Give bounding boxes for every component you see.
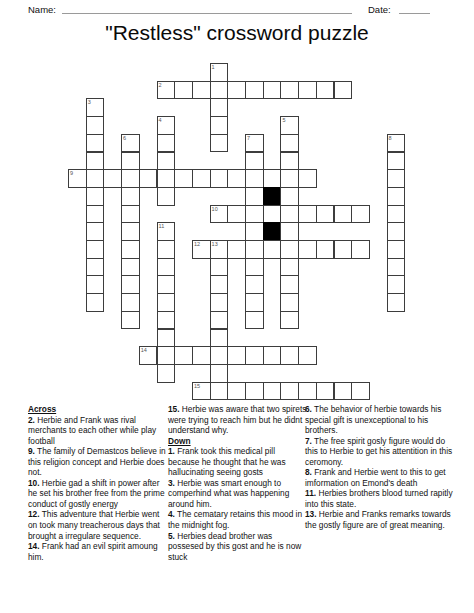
clue-down-1: 1. Frank took this medical pill because …: [168, 446, 307, 478]
grid-cell[interactable]: [210, 134, 229, 153]
grid-cell[interactable]: [245, 81, 264, 100]
grid-cell[interactable]: [387, 293, 406, 312]
grid-cell[interactable]: [157, 346, 176, 365]
grid-cell[interactable]: 15: [192, 382, 211, 401]
grid-cell[interactable]: [227, 382, 246, 401]
grid-cell[interactable]: 4: [157, 116, 176, 135]
grid-cell[interactable]: [280, 81, 299, 100]
grid-cell[interactable]: [157, 187, 176, 206]
grid-cell[interactable]: [121, 258, 140, 277]
grid-cell[interactable]: [298, 346, 317, 365]
clue-number: 2: [159, 82, 162, 88]
grid-cell[interactable]: [280, 382, 299, 401]
clues-column-2: 15. Herbie was aware that two spirets we…: [168, 404, 307, 562]
grid-cell[interactable]: [316, 240, 335, 259]
grid-cell[interactable]: [210, 81, 229, 100]
grid-cell[interactable]: [298, 81, 317, 100]
grid-cell[interactable]: [245, 258, 264, 277]
grid-cell[interactable]: [86, 152, 105, 171]
grid-cell[interactable]: [298, 382, 317, 401]
grid-cell[interactable]: [245, 240, 264, 259]
clue-across-14: 14. Frank had an evil spirit amoung him.: [28, 541, 169, 562]
clue-across-12: 12. This adventure that Herbie went on t…: [28, 509, 169, 541]
grid-cell[interactable]: [245, 222, 264, 241]
clue-number: 14: [141, 347, 147, 353]
grid-cell[interactable]: [121, 293, 140, 312]
grid-cell[interactable]: [157, 240, 176, 259]
grid-cell[interactable]: [280, 205, 299, 224]
down-header: Down: [168, 436, 307, 447]
down-clues-overflow: 6. The behavior of herbie towards his sp…: [305, 404, 453, 531]
grid-cell[interactable]: [280, 134, 299, 153]
grid-cell[interactable]: [227, 346, 246, 365]
grid-cell[interactable]: [157, 293, 176, 312]
clue-number: 11: [159, 223, 165, 229]
grid-cell[interactable]: [387, 169, 406, 188]
grid-cell[interactable]: [280, 187, 299, 206]
clue-number: 6: [123, 135, 126, 141]
grid-cell[interactable]: [245, 205, 264, 224]
clues-column-1: Across 2. Herbie and Frank was rival mer…: [28, 404, 169, 562]
clue-down-5: 5. Herbies dead brother was possesed by …: [168, 531, 307, 563]
across-clues-overflow: 15. Herbie was aware that two spirets we…: [168, 404, 307, 436]
across-clues: 2. Herbie and Frank was rival merchants …: [28, 415, 169, 563]
grid-cell[interactable]: [174, 81, 193, 100]
grid-cell[interactable]: [157, 169, 176, 188]
grid-cell[interactable]: [86, 116, 105, 135]
grid-cell[interactable]: [280, 169, 299, 188]
grid-cell[interactable]: [227, 205, 246, 224]
grid-cell[interactable]: [192, 81, 211, 100]
grid-cell[interactable]: [280, 275, 299, 294]
grid-cell[interactable]: [280, 293, 299, 312]
grid-cell[interactable]: [192, 346, 211, 365]
clue-number: 3: [88, 99, 91, 105]
grid-cell[interactable]: [387, 222, 406, 241]
clue-number: 15: [194, 383, 200, 389]
grid-cell[interactable]: [280, 222, 299, 241]
grid-cell[interactable]: 12: [192, 240, 211, 259]
grid-cell[interactable]: [121, 152, 140, 171]
grid-cell[interactable]: [316, 81, 335, 100]
grid-cell[interactable]: [86, 205, 105, 224]
grid-cell[interactable]: [86, 293, 105, 312]
grid-cell[interactable]: [280, 152, 299, 171]
down-clues: 1. Frank took this medical pill because …: [168, 446, 307, 562]
grid-cell[interactable]: [210, 346, 229, 365]
clue-across-2: 2. Herbie and Frank was rival merchants …: [28, 415, 169, 447]
grid-cell[interactable]: [245, 275, 264, 294]
grid-cell[interactable]: [86, 222, 105, 241]
grid-cell[interactable]: [103, 169, 122, 188]
grid-cell[interactable]: [121, 311, 140, 330]
grid-cell[interactable]: [210, 382, 229, 401]
name-input-line[interactable]: [62, 2, 352, 14]
grid-cell[interactable]: 1: [210, 63, 229, 82]
clue-number: 10: [212, 206, 218, 212]
grid-cell[interactable]: [210, 364, 229, 383]
grid-cell[interactable]: [227, 169, 246, 188]
grid-cell[interactable]: [316, 382, 335, 401]
grid-cell[interactable]: [334, 81, 353, 100]
clue-number: 12: [194, 241, 200, 247]
clue-number: 1: [212, 64, 215, 70]
grid-cell[interactable]: [121, 205, 140, 224]
grid-cell[interactable]: [280, 346, 299, 365]
grid-cell[interactable]: [157, 258, 176, 277]
grid-cell[interactable]: 2: [157, 81, 176, 100]
grid-cell[interactable]: 10: [210, 205, 229, 224]
grid-cell[interactable]: [298, 205, 317, 224]
grid-cell[interactable]: [86, 134, 105, 153]
grid-cell[interactable]: [263, 205, 282, 224]
grid-cell[interactable]: 14: [139, 346, 158, 365]
grid-cell[interactable]: [280, 240, 299, 259]
date-label: Date:: [368, 4, 391, 15]
grid-cell[interactable]: [245, 187, 264, 206]
crossword-grid: 123456789101112131415: [68, 63, 406, 401]
grid-cell[interactable]: 13: [210, 240, 229, 259]
clue-across-15: 15. Herbie was aware that two spirets we…: [168, 404, 307, 436]
grid-cell[interactable]: 6: [121, 134, 140, 153]
grid-cell[interactable]: [298, 169, 317, 188]
clue-across-9: 9. The family of Demastcos believe in th…: [28, 446, 169, 478]
grid-cell[interactable]: [157, 329, 176, 348]
grid-cell[interactable]: [351, 382, 370, 401]
grid-cell[interactable]: [245, 169, 264, 188]
clue-number: 4: [159, 117, 162, 123]
clue-across-10: 10. Herbie gad a shift in power after he…: [28, 478, 169, 510]
grid-cell[interactable]: [210, 275, 229, 294]
clue-down-4: 4. The cematary retains this mood in the…: [168, 509, 307, 530]
grid-cell[interactable]: [174, 346, 193, 365]
grid-cell[interactable]: 9: [68, 169, 87, 188]
grid-cell[interactable]: [210, 116, 229, 135]
clue-number: 9: [70, 170, 73, 176]
clue-number: 13: [212, 241, 218, 247]
clue-down-8: 8. Frank and Herbie went to this to get …: [305, 467, 453, 488]
clue-down-11: 11. Herbies brothers blood turned rapitl…: [305, 488, 453, 509]
grid-cell[interactable]: [121, 275, 140, 294]
grid-cell[interactable]: [334, 382, 353, 401]
grid-cell[interactable]: [121, 187, 140, 206]
grid-cell[interactable]: [121, 240, 140, 259]
grid-cell[interactable]: [245, 346, 264, 365]
name-label: Name:: [28, 4, 56, 15]
grid-cell[interactable]: [210, 329, 229, 348]
grid-cell[interactable]: [351, 205, 370, 224]
grid-cell[interactable]: [86, 275, 105, 294]
grid-cell[interactable]: [174, 169, 193, 188]
grid-cell[interactable]: [121, 222, 140, 241]
grid-cell[interactable]: [263, 240, 282, 259]
grid-cell[interactable]: [245, 152, 264, 171]
grid-cell[interactable]: [86, 187, 105, 206]
clues-column-3: 6. The behavior of herbie towards his sp…: [305, 404, 453, 531]
grid-cell[interactable]: [316, 205, 335, 224]
clue-down-3: 3. Herbie was smart enough to comperhind…: [168, 478, 307, 510]
grid-cell[interactable]: [157, 134, 176, 153]
grid-cell[interactable]: [157, 275, 176, 294]
grid-cell[interactable]: [263, 382, 282, 401]
grid-cell[interactable]: [280, 311, 299, 330]
grid-cell[interactable]: [334, 205, 353, 224]
grid-cell[interactable]: [263, 169, 282, 188]
grid-cell[interactable]: [86, 258, 105, 277]
grid-cell[interactable]: [157, 311, 176, 330]
grid-cell[interactable]: [387, 258, 406, 277]
grid-cell[interactable]: [351, 240, 370, 259]
grid-cell[interactable]: [298, 240, 317, 259]
grid-cell[interactable]: [139, 169, 158, 188]
clue-number: 8: [389, 135, 392, 141]
clue-down-6: 6. The behavior of herbie towards his sp…: [305, 404, 453, 436]
grid-cell[interactable]: [387, 205, 406, 224]
grid-cell[interactable]: [245, 311, 264, 330]
grid-cell[interactable]: [227, 240, 246, 259]
grid-cell[interactable]: 11: [157, 222, 176, 241]
grid-cell[interactable]: [280, 258, 299, 277]
grid-cell[interactable]: [210, 293, 229, 312]
grid-cell[interactable]: [210, 311, 229, 330]
grid-cell[interactable]: [263, 346, 282, 365]
grid-cell[interactable]: [387, 152, 406, 171]
clue-number: 5: [282, 117, 285, 123]
date-input-line[interactable]: [399, 2, 430, 14]
grid-cell[interactable]: [245, 293, 264, 312]
grid-cell[interactable]: [157, 364, 176, 383]
grid-cell[interactable]: [86, 169, 105, 188]
grid-cell[interactable]: [334, 240, 353, 259]
grid-cell[interactable]: [387, 240, 406, 259]
grid-cell[interactable]: [210, 98, 229, 117]
grid-cell[interactable]: [157, 152, 176, 171]
grid-cell[interactable]: [210, 258, 229, 277]
grid-cell[interactable]: [387, 275, 406, 294]
clue-down-7: 7. The free spirit gosly figure would do…: [305, 436, 453, 468]
grid-cell[interactable]: [245, 382, 264, 401]
black-cell: [263, 187, 282, 206]
grid-cell[interactable]: [227, 81, 246, 100]
clue-number: 7: [247, 135, 250, 141]
grid-cell[interactable]: 8: [387, 134, 406, 153]
page-title: "Restless" crossword puzzle: [0, 21, 474, 45]
grid-cell[interactable]: [86, 240, 105, 259]
grid-cell[interactable]: [192, 169, 211, 188]
black-cell: [263, 222, 282, 241]
clue-down-13: 13. Herbie and Franks remarks towards th…: [305, 509, 453, 530]
grid-cell[interactable]: 5: [280, 116, 299, 135]
across-header: Across: [28, 404, 169, 415]
grid-cell[interactable]: [210, 169, 229, 188]
grid-cell[interactable]: 7: [245, 134, 264, 153]
grid-cell[interactable]: [387, 187, 406, 206]
grid-cell[interactable]: [263, 81, 282, 100]
grid-cell[interactable]: [121, 169, 140, 188]
grid-cell[interactable]: 3: [86, 98, 105, 117]
